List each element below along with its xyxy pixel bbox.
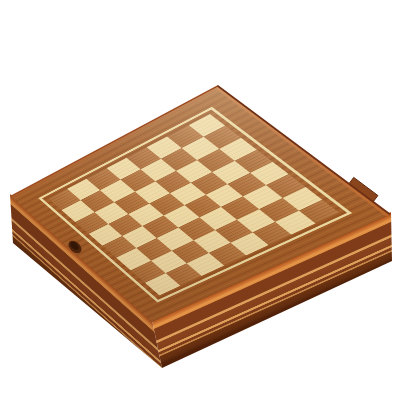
product-photo-stage <box>0 0 400 400</box>
